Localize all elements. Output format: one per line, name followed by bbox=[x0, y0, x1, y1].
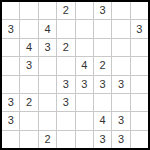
cell-r2c2[interactable] bbox=[20, 20, 37, 37]
cell-r8c1[interactable] bbox=[2, 131, 19, 148]
cell-r4c2-clue: 3 bbox=[20, 57, 37, 74]
cell-r4c3[interactable] bbox=[39, 57, 56, 74]
cell-r8c3-clue: 2 bbox=[39, 131, 56, 148]
cell-r5c1[interactable] bbox=[2, 76, 19, 93]
cell-r1c7[interactable] bbox=[112, 2, 129, 19]
cell-r1c5[interactable] bbox=[76, 2, 93, 19]
cell-r8c7-clue: 3 bbox=[112, 131, 129, 148]
cell-r6c6[interactable] bbox=[94, 94, 111, 111]
cell-r7c2[interactable] bbox=[20, 112, 37, 129]
cell-r4c5-clue: 4 bbox=[76, 57, 93, 74]
cell-r7c8[interactable] bbox=[131, 112, 148, 129]
cell-r7c5[interactable] bbox=[76, 112, 93, 129]
cell-r3c6[interactable] bbox=[94, 39, 111, 56]
cell-r5c4-clue: 3 bbox=[57, 76, 74, 93]
cell-r4c7[interactable] bbox=[112, 57, 129, 74]
cell-r2c8-clue: 3 bbox=[131, 20, 148, 37]
puzzle-board: 233434323423333323343233 bbox=[0, 0, 150, 150]
cell-r7c4[interactable] bbox=[57, 112, 74, 129]
cell-r3c4-clue: 2 bbox=[57, 39, 74, 56]
cell-r1c4-clue: 2 bbox=[57, 2, 74, 19]
cell-r3c1[interactable] bbox=[2, 39, 19, 56]
cell-r6c1-clue: 3 bbox=[2, 94, 19, 111]
cell-r1c8[interactable] bbox=[131, 2, 148, 19]
cell-r4c4[interactable] bbox=[57, 57, 74, 74]
cell-r1c3[interactable] bbox=[39, 2, 56, 19]
cell-r3c5[interactable] bbox=[76, 39, 93, 56]
cell-r2c6[interactable] bbox=[94, 20, 111, 37]
cell-r6c3[interactable] bbox=[39, 94, 56, 111]
cell-r2c4[interactable] bbox=[57, 20, 74, 37]
cell-r3c3-clue: 3 bbox=[39, 39, 56, 56]
cell-r2c1-clue: 3 bbox=[2, 20, 19, 37]
cell-r6c4-clue: 3 bbox=[57, 94, 74, 111]
cell-r8c8[interactable] bbox=[131, 131, 148, 148]
cell-r4c1[interactable] bbox=[2, 57, 19, 74]
cell-r7c1-clue: 3 bbox=[2, 112, 19, 129]
cell-r6c7[interactable] bbox=[112, 94, 129, 111]
cell-r6c8[interactable] bbox=[131, 94, 148, 111]
cell-r1c2[interactable] bbox=[20, 2, 37, 19]
cell-r3c8[interactable] bbox=[131, 39, 148, 56]
cell-r8c2[interactable] bbox=[20, 131, 37, 148]
cell-r5c2[interactable] bbox=[20, 76, 37, 93]
cell-r8c5[interactable] bbox=[76, 131, 93, 148]
cell-r1c6-clue: 3 bbox=[94, 2, 111, 19]
cell-r7c7-clue: 3 bbox=[112, 112, 129, 129]
cell-r5c8[interactable] bbox=[131, 76, 148, 93]
cell-r2c3-clue: 4 bbox=[39, 20, 56, 37]
cell-r7c6-clue: 4 bbox=[94, 112, 111, 129]
cell-r5c6-clue: 3 bbox=[94, 76, 111, 93]
cell-r5c7-clue: 3 bbox=[112, 76, 129, 93]
cell-r8c4[interactable] bbox=[57, 131, 74, 148]
cell-r4c8[interactable] bbox=[131, 57, 148, 74]
cell-r6c5[interactable] bbox=[76, 94, 93, 111]
cell-r2c7[interactable] bbox=[112, 20, 129, 37]
cell-r2c5[interactable] bbox=[76, 20, 93, 37]
cell-r4c6-clue: 2 bbox=[94, 57, 111, 74]
cell-r1c1[interactable] bbox=[2, 2, 19, 19]
cell-r8c6-clue: 3 bbox=[94, 131, 111, 148]
cell-r5c3[interactable] bbox=[39, 76, 56, 93]
cell-r7c3[interactable] bbox=[39, 112, 56, 129]
cell-r5c5-clue: 3 bbox=[76, 76, 93, 93]
cell-r3c7[interactable] bbox=[112, 39, 129, 56]
cell-r3c2-clue: 4 bbox=[20, 39, 37, 56]
cell-r6c2-clue: 2 bbox=[20, 94, 37, 111]
